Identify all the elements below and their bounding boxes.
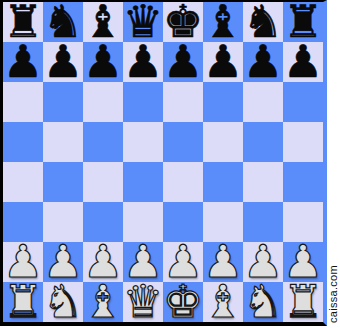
- square-d4[interactable]: [123, 162, 163, 202]
- black-pawn[interactable]: ♟: [243, 42, 283, 82]
- board-frame: ♜♞♝♛♚♝♞♜♟♟♟♟♟♟♟♟♟♟♟♟♟♟♟♟♜♞♝♛♚♝♞♜: [0, 0, 327, 326]
- square-a1[interactable]: ♜: [3, 282, 43, 322]
- chess-app: ♜♞♝♛♚♝♞♜♟♟♟♟♟♟♟♟♟♟♟♟♟♟♟♟♜♞♝♛♚♝♞♜ caissa.…: [0, 0, 340, 328]
- black-pawn[interactable]: ♟: [203, 42, 243, 82]
- square-d1[interactable]: ♛: [123, 282, 163, 322]
- black-pawn[interactable]: ♟: [3, 42, 43, 82]
- square-d5[interactable]: [123, 122, 163, 162]
- square-h7[interactable]: ♟: [283, 42, 323, 82]
- square-h6[interactable]: [283, 82, 323, 122]
- square-d6[interactable]: [123, 82, 163, 122]
- square-c4[interactable]: [83, 162, 123, 202]
- square-h4[interactable]: [283, 162, 323, 202]
- square-g4[interactable]: [243, 162, 283, 202]
- white-queen[interactable]: ♛: [123, 282, 163, 322]
- square-b1[interactable]: ♞: [43, 282, 83, 322]
- square-c5[interactable]: [83, 122, 123, 162]
- square-g6[interactable]: [243, 82, 283, 122]
- white-rook[interactable]: ♜: [3, 282, 43, 322]
- square-b4[interactable]: [43, 162, 83, 202]
- black-pawn[interactable]: ♟: [83, 42, 123, 82]
- square-c6[interactable]: [83, 82, 123, 122]
- square-f5[interactable]: [203, 122, 243, 162]
- white-knight[interactable]: ♞: [43, 282, 83, 322]
- black-pawn[interactable]: ♟: [43, 42, 83, 82]
- square-e4[interactable]: [163, 162, 203, 202]
- square-e1[interactable]: ♚: [163, 282, 203, 322]
- white-bishop[interactable]: ♝: [83, 282, 123, 322]
- square-f7[interactable]: ♟: [203, 42, 243, 82]
- square-g1[interactable]: ♞: [243, 282, 283, 322]
- square-a4[interactable]: [3, 162, 43, 202]
- black-pawn[interactable]: ♟: [283, 42, 323, 82]
- square-g5[interactable]: [243, 122, 283, 162]
- square-f4[interactable]: [203, 162, 243, 202]
- white-knight[interactable]: ♞: [243, 282, 283, 322]
- square-b5[interactable]: [43, 122, 83, 162]
- square-f1[interactable]: ♝: [203, 282, 243, 322]
- square-b6[interactable]: [43, 82, 83, 122]
- white-rook[interactable]: ♜: [283, 282, 323, 322]
- square-d7[interactable]: ♟: [123, 42, 163, 82]
- square-c1[interactable]: ♝: [83, 282, 123, 322]
- black-pawn[interactable]: ♟: [123, 42, 163, 82]
- chess-board[interactable]: ♜♞♝♛♚♝♞♜♟♟♟♟♟♟♟♟♟♟♟♟♟♟♟♟♜♞♝♛♚♝♞♜: [3, 2, 323, 322]
- square-e6[interactable]: [163, 82, 203, 122]
- square-f6[interactable]: [203, 82, 243, 122]
- caissa-watermark: caissa.com: [327, 265, 339, 323]
- square-e5[interactable]: [163, 122, 203, 162]
- square-b7[interactable]: ♟: [43, 42, 83, 82]
- square-e7[interactable]: ♟: [163, 42, 203, 82]
- white-bishop[interactable]: ♝: [203, 282, 243, 322]
- black-pawn[interactable]: ♟: [163, 42, 203, 82]
- square-a5[interactable]: [3, 122, 43, 162]
- square-a7[interactable]: ♟: [3, 42, 43, 82]
- square-a6[interactable]: [3, 82, 43, 122]
- square-h5[interactable]: [283, 122, 323, 162]
- square-h1[interactable]: ♜: [283, 282, 323, 322]
- square-c7[interactable]: ♟: [83, 42, 123, 82]
- square-g7[interactable]: ♟: [243, 42, 283, 82]
- white-king[interactable]: ♚: [163, 282, 203, 322]
